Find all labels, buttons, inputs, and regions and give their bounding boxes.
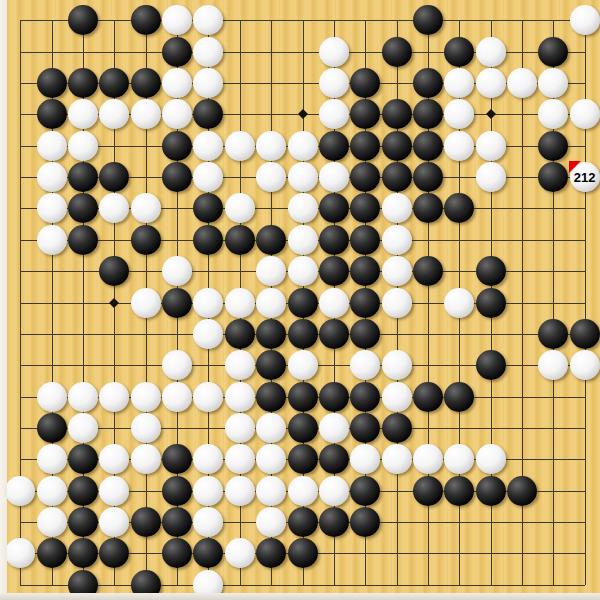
white-stone — [256, 256, 286, 286]
white-stone — [37, 382, 67, 412]
black-stone — [256, 538, 286, 568]
white-stone — [193, 476, 223, 506]
black-stone — [37, 413, 67, 443]
white-stone — [99, 193, 129, 223]
white-stone — [193, 68, 223, 98]
white-stone — [68, 413, 98, 443]
black-stone — [288, 288, 318, 318]
black-stone — [507, 476, 537, 506]
black-stone — [37, 99, 67, 129]
black-stone — [538, 319, 568, 349]
black-stone — [68, 68, 98, 98]
black-stone — [162, 476, 192, 506]
white-stone — [99, 444, 129, 474]
left-edge-strip — [0, 0, 7, 600]
black-stone — [131, 507, 161, 537]
white-stone — [5, 538, 35, 568]
black-stone — [162, 37, 192, 67]
white-stone — [319, 413, 349, 443]
white-stone — [476, 37, 506, 67]
black-stone — [382, 162, 412, 192]
black-stone — [382, 37, 412, 67]
black-stone — [350, 476, 380, 506]
white-stone — [350, 350, 380, 380]
white-stone — [319, 476, 349, 506]
white-stone — [256, 413, 286, 443]
white-stone — [225, 193, 255, 223]
white-stone — [193, 382, 223, 412]
black-stone — [288, 444, 318, 474]
black-stone — [350, 68, 380, 98]
white-stone — [256, 507, 286, 537]
black-stone — [131, 225, 161, 255]
black-stone — [288, 507, 318, 537]
black-stone — [350, 288, 380, 318]
white-stone — [288, 131, 318, 161]
black-stone — [99, 162, 129, 192]
white-stone — [37, 225, 67, 255]
black-stone — [444, 37, 474, 67]
white-stone — [444, 68, 474, 98]
white-stone — [444, 99, 474, 129]
white-stone — [288, 193, 318, 223]
black-stone — [68, 444, 98, 474]
black-stone — [256, 382, 286, 412]
white-stone — [225, 131, 255, 161]
white-stone — [162, 256, 192, 286]
black-stone — [382, 131, 412, 161]
black-stone — [319, 131, 349, 161]
white-stone — [319, 99, 349, 129]
white-stone — [256, 444, 286, 474]
black-stone — [319, 225, 349, 255]
white-stone — [288, 225, 318, 255]
white-stone — [225, 444, 255, 474]
white-stone — [68, 382, 98, 412]
white-stone — [382, 288, 412, 318]
white-stone — [99, 382, 129, 412]
black-stone — [256, 319, 286, 349]
white-stone — [99, 507, 129, 537]
white-stone — [319, 37, 349, 67]
black-stone — [131, 68, 161, 98]
black-stone — [350, 382, 380, 412]
white-stone — [193, 37, 223, 67]
white-stone — [538, 99, 568, 129]
white-stone — [538, 350, 568, 380]
white-stone — [570, 5, 600, 35]
black-stone — [444, 382, 474, 412]
white-stone — [131, 288, 161, 318]
black-stone — [288, 538, 318, 568]
star-point — [486, 109, 496, 119]
star-point — [298, 109, 308, 119]
black-stone — [350, 413, 380, 443]
white-stone — [382, 256, 412, 286]
black-stone — [162, 507, 192, 537]
black-stone — [538, 37, 568, 67]
black-stone — [288, 413, 318, 443]
white-stone — [162, 5, 192, 35]
black-stone — [68, 162, 98, 192]
white-stone — [131, 193, 161, 223]
white-stone — [507, 68, 537, 98]
white-stone — [444, 131, 474, 161]
white-stone — [256, 476, 286, 506]
white-stone — [193, 131, 223, 161]
black-stone — [68, 507, 98, 537]
go-board[interactable]: 212 — [0, 0, 600, 600]
black-stone — [99, 538, 129, 568]
black-stone — [350, 193, 380, 223]
white-stone — [225, 538, 255, 568]
black-stone — [350, 319, 380, 349]
white-stone — [5, 476, 35, 506]
black-stone — [193, 538, 223, 568]
black-stone — [413, 68, 443, 98]
white-stone — [570, 99, 600, 129]
white-stone — [37, 444, 67, 474]
black-stone — [382, 99, 412, 129]
black-stone — [476, 350, 506, 380]
black-stone — [99, 256, 129, 286]
black-stone — [37, 68, 67, 98]
white-stone — [288, 256, 318, 286]
black-stone — [319, 507, 349, 537]
last-move-stone: 212 — [570, 162, 600, 192]
black-stone — [319, 444, 349, 474]
black-stone — [162, 538, 192, 568]
black-stone — [319, 319, 349, 349]
go-game-screenshot: 212 — [0, 0, 600, 600]
black-stone — [538, 162, 568, 192]
white-stone — [193, 5, 223, 35]
black-stone — [37, 538, 67, 568]
black-stone — [413, 162, 443, 192]
white-stone — [131, 382, 161, 412]
white-stone — [382, 382, 412, 412]
black-stone — [225, 225, 255, 255]
white-stone — [37, 476, 67, 506]
white-stone — [256, 288, 286, 318]
black-stone — [382, 413, 412, 443]
white-stone — [37, 131, 67, 161]
black-stone — [68, 5, 98, 35]
white-stone — [162, 68, 192, 98]
black-stone — [350, 131, 380, 161]
white-stone — [288, 350, 318, 380]
black-stone — [413, 99, 443, 129]
white-stone — [382, 444, 412, 474]
black-stone — [288, 382, 318, 412]
white-stone — [162, 350, 192, 380]
white-stone — [319, 288, 349, 318]
white-stone — [37, 193, 67, 223]
white-stone — [99, 99, 129, 129]
bottom-edge-strip — [0, 593, 600, 600]
white-stone — [193, 288, 223, 318]
black-stone — [570, 319, 600, 349]
white-stone — [288, 162, 318, 192]
white-stone — [162, 382, 192, 412]
move-number-label: 212 — [570, 162, 600, 192]
white-stone — [382, 225, 412, 255]
black-stone — [476, 256, 506, 286]
white-stone — [444, 288, 474, 318]
white-stone — [225, 413, 255, 443]
black-stone — [538, 131, 568, 161]
white-stone — [131, 413, 161, 443]
white-stone — [319, 162, 349, 192]
white-stone — [99, 476, 129, 506]
black-stone — [350, 256, 380, 286]
white-stone — [131, 444, 161, 474]
black-stone — [288, 319, 318, 349]
black-stone — [225, 319, 255, 349]
white-stone — [193, 319, 223, 349]
white-stone — [225, 350, 255, 380]
black-stone — [444, 193, 474, 223]
white-stone — [319, 68, 349, 98]
white-stone — [68, 131, 98, 161]
white-stone — [288, 476, 318, 506]
black-stone — [162, 288, 192, 318]
white-stone — [570, 350, 600, 380]
white-stone — [37, 507, 67, 537]
black-stone — [350, 162, 380, 192]
white-stone — [68, 99, 98, 129]
white-stone — [476, 68, 506, 98]
white-stone — [37, 162, 67, 192]
white-stone — [538, 68, 568, 98]
black-stone — [162, 162, 192, 192]
black-stone — [68, 225, 98, 255]
black-stone — [350, 225, 380, 255]
black-stone — [193, 225, 223, 255]
black-stone — [68, 193, 98, 223]
black-stone — [162, 131, 192, 161]
black-stone — [476, 288, 506, 318]
black-stone — [319, 193, 349, 223]
white-stone — [444, 444, 474, 474]
white-stone — [225, 382, 255, 412]
black-stone — [413, 382, 443, 412]
black-stone — [256, 350, 286, 380]
white-stone — [131, 99, 161, 129]
black-stone — [68, 476, 98, 506]
white-stone — [350, 444, 380, 474]
black-stone — [413, 131, 443, 161]
black-stone — [193, 99, 223, 129]
black-stone — [413, 256, 443, 286]
white-stone — [476, 162, 506, 192]
white-stone — [193, 507, 223, 537]
white-stone — [193, 444, 223, 474]
white-stone — [413, 444, 443, 474]
white-stone — [476, 131, 506, 161]
white-stone — [225, 288, 255, 318]
white-stone — [256, 162, 286, 192]
white-stone — [193, 162, 223, 192]
black-stone — [193, 193, 223, 223]
black-stone — [99, 68, 129, 98]
black-stone — [131, 5, 161, 35]
black-stone — [256, 225, 286, 255]
black-stone — [319, 382, 349, 412]
star-point — [109, 298, 119, 308]
grid-line-horizontal — [20, 585, 584, 586]
black-stone — [413, 476, 443, 506]
white-stone — [225, 476, 255, 506]
black-stone — [444, 476, 474, 506]
black-stone — [350, 99, 380, 129]
white-stone — [476, 444, 506, 474]
black-stone — [413, 193, 443, 223]
white-stone — [256, 131, 286, 161]
white-stone — [382, 193, 412, 223]
black-stone — [319, 256, 349, 286]
white-stone — [162, 99, 192, 129]
black-stone — [413, 5, 443, 35]
white-stone — [382, 350, 412, 380]
black-stone — [68, 538, 98, 568]
black-stone — [350, 507, 380, 537]
black-stone — [476, 476, 506, 506]
black-stone — [162, 444, 192, 474]
